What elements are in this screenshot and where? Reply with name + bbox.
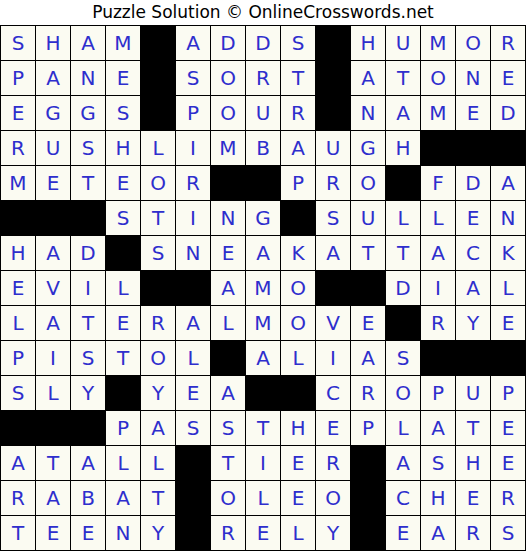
letter-cell: S [106,201,140,235]
letter-cell: E [491,61,525,95]
block-cell [176,271,210,305]
letter-cell: A [456,271,490,305]
letter-cell: L [106,446,140,480]
letter-cell: L [106,271,140,305]
letter-cell: E [36,516,70,550]
block-cell [316,271,350,305]
letter-cell: I [71,271,105,305]
letter-cell: S [176,411,210,445]
letter-cell: E [71,516,105,550]
letter-cell: A [106,481,140,515]
block-cell [141,96,175,130]
letter-cell: C [456,236,490,270]
letter-cell: T [456,411,490,445]
letter-cell: D [491,96,525,130]
letter-cell: G [246,201,280,235]
letter-cell: E [281,481,315,515]
letter-cell: E [176,376,210,410]
letter-cell: S [281,26,315,60]
letter-cell: A [71,26,105,60]
letter-cell: O [316,481,350,515]
block-cell [141,61,175,95]
letter-cell: E [281,446,315,480]
block-cell [1,201,35,235]
letter-cell: H [281,411,315,445]
letter-cell: L [386,201,420,235]
letter-cell: L [281,516,315,550]
letter-cell: P [351,411,385,445]
letter-cell: A [246,341,280,375]
letter-cell: O [456,26,490,60]
letter-cell: N [351,96,385,130]
letter-cell: A [36,306,70,340]
letter-cell: S [1,376,35,410]
letter-cell: K [281,236,315,270]
letter-cell: L [246,481,280,515]
letter-cell: E [491,411,525,445]
letter-cell: A [36,481,70,515]
letter-cell: A [36,236,70,270]
block-cell [36,201,70,235]
block-cell [246,376,280,410]
block-cell [421,131,455,165]
letter-cell: H [421,481,455,515]
block-cell [211,341,245,375]
letter-cell: F [421,166,455,200]
letter-cell: T [141,201,175,235]
block-cell [351,446,385,480]
letter-cell: S [491,516,525,550]
letter-cell: U [386,26,420,60]
letter-cell: S [1,26,35,60]
letter-cell: U [246,96,280,130]
letter-cell: S [176,61,210,95]
letter-cell: I [36,341,70,375]
letter-cell: M [106,26,140,60]
letter-cell: H [1,236,35,270]
letter-cell: L [211,306,245,340]
letter-cell: S [316,201,350,235]
letter-cell: L [36,376,70,410]
letter-cell: P [176,96,210,130]
puzzle-solution-page: Puzzle Solution © OnlineCrosswords.net S… [0,0,526,551]
letter-cell: E [36,166,70,200]
letter-cell: T [71,306,105,340]
block-cell [246,166,280,200]
letter-cell: A [351,341,385,375]
block-cell [106,376,140,410]
letter-cell: L [491,271,525,305]
block-cell [491,131,525,165]
letter-cell: L [1,306,35,340]
letter-cell: D [456,166,490,200]
letter-cell: A [141,411,175,445]
letter-cell: S [71,131,105,165]
letter-cell: N [106,516,140,550]
letter-cell: P [1,341,35,375]
letter-cell: D [71,236,105,270]
letter-cell: R [491,481,525,515]
letter-cell: O [386,376,420,410]
letter-cell: A [421,516,455,550]
letter-cell: R [246,61,280,95]
letter-cell: O [351,166,385,200]
letter-cell: M [246,271,280,305]
letter-cell: P [281,166,315,200]
letter-cell: N [211,201,245,235]
page-title: Puzzle Solution © OnlineCrosswords.net [0,0,526,25]
letter-cell: R [211,516,245,550]
letter-cell: O [211,96,245,130]
letter-cell: H [351,26,385,60]
letter-cell: M [211,131,245,165]
letter-cell: G [71,96,105,130]
letter-cell: A [281,131,315,165]
letter-cell: R [281,96,315,130]
letter-cell: A [211,271,245,305]
block-cell [386,306,420,340]
block-cell [1,411,35,445]
letter-cell: S [421,446,455,480]
letter-cell: T [386,236,420,270]
letter-cell: L [176,341,210,375]
letter-cell: P [1,61,35,95]
block-cell [36,411,70,445]
letter-cell: G [351,131,385,165]
block-cell [141,271,175,305]
letter-cell: D [211,26,245,60]
letter-cell: A [71,446,105,480]
block-cell [176,446,210,480]
letter-cell: T [246,411,280,445]
letter-cell: A [176,306,210,340]
letter-cell: S [106,96,140,130]
letter-cell: E [211,236,245,270]
letter-cell: E [316,411,350,445]
letter-cell: U [456,376,490,410]
letter-cell: E [351,306,385,340]
letter-cell: I [246,446,280,480]
letter-cell: N [456,61,490,95]
letter-cell: I [421,271,455,305]
letter-cell: E [456,201,490,235]
letter-cell: L [281,341,315,375]
letter-cell: R [491,26,525,60]
letter-cell: E [491,306,525,340]
letter-cell: O [211,61,245,95]
letter-cell: P [421,376,455,410]
letter-cell: Y [71,376,105,410]
letter-cell: V [36,271,70,305]
block-cell [316,96,350,130]
block-cell [491,341,525,375]
letter-cell: R [1,481,35,515]
letter-cell: U [36,131,70,165]
block-cell [421,341,455,375]
letter-cell: D [246,26,280,60]
letter-cell: O [281,271,315,305]
letter-cell: V [316,306,350,340]
block-cell [456,341,490,375]
block-cell [211,166,245,200]
block-cell [281,376,315,410]
letter-cell: T [106,341,140,375]
letter-cell: A [421,411,455,445]
letter-cell: U [351,201,385,235]
letter-cell: M [421,96,455,130]
letter-cell: B [71,481,105,515]
letter-cell: L [421,201,455,235]
letter-cell: M [1,166,35,200]
letter-cell: T [36,446,70,480]
block-cell [141,26,175,60]
letter-cell: C [386,481,420,515]
letter-cell: Y [141,376,175,410]
letter-cell: A [176,26,210,60]
letter-cell: E [491,446,525,480]
letter-cell: E [386,516,420,550]
letter-cell: H [456,446,490,480]
block-cell [176,481,210,515]
letter-cell: R [1,131,35,165]
letter-cell: S [211,411,245,445]
letter-cell: A [316,236,350,270]
letter-cell: C [316,376,350,410]
letter-cell: P [491,376,525,410]
letter-cell: H [386,131,420,165]
letter-cell: M [421,26,455,60]
letter-cell: T [211,446,245,480]
letter-cell: R [456,516,490,550]
letter-cell: R [141,306,175,340]
letter-cell: U [316,131,350,165]
letter-cell: B [246,131,280,165]
letter-cell: R [316,446,350,480]
letter-cell: E [1,271,35,305]
block-cell [316,61,350,95]
block-cell [386,166,420,200]
letter-cell: I [176,131,210,165]
letter-cell: E [106,61,140,95]
letter-cell: E [456,96,490,130]
letter-cell: O [281,306,315,340]
letter-cell: O [141,166,175,200]
letter-cell: O [141,341,175,375]
letter-cell: S [141,236,175,270]
letter-cell: E [246,516,280,550]
letter-cell: E [1,96,35,130]
letter-cell: S [386,341,420,375]
block-cell [351,271,385,305]
letter-cell: O [211,481,245,515]
letter-cell: R [176,166,210,200]
block-cell [456,131,490,165]
letter-cell: E [456,481,490,515]
letter-cell: T [386,61,420,95]
letter-cell: A [211,376,245,410]
crossword-grid: SHAMADDSHUMORPANESORTATONEEGGSPOURNAMEDR… [0,25,526,551]
letter-cell: R [316,166,350,200]
block-cell [106,236,140,270]
letter-cell: A [351,61,385,95]
letter-cell: T [71,166,105,200]
letter-cell: T [141,481,175,515]
letter-cell: L [141,446,175,480]
letter-cell: A [386,96,420,130]
letter-cell: P [106,411,140,445]
block-cell [316,26,350,60]
letter-cell: D [386,271,420,305]
letter-cell: I [316,341,350,375]
letter-cell: A [1,446,35,480]
letter-cell: T [351,236,385,270]
letter-cell: S [71,341,105,375]
letter-cell: Y [141,516,175,550]
letter-cell: A [386,446,420,480]
letter-cell: M [246,306,280,340]
block-cell [176,516,210,550]
letter-cell: L [141,131,175,165]
letter-cell: G [36,96,70,130]
letter-cell: R [351,376,385,410]
letter-cell: K [491,236,525,270]
letter-cell: A [491,166,525,200]
block-cell [351,481,385,515]
letter-cell: R [421,306,455,340]
letter-cell: T [1,516,35,550]
letter-cell: O [421,61,455,95]
letter-cell: N [491,201,525,235]
block-cell [71,411,105,445]
letter-cell: A [246,236,280,270]
letter-cell: L [386,411,420,445]
letter-cell: H [106,131,140,165]
letter-cell: N [71,61,105,95]
letter-cell: T [281,61,315,95]
letter-cell: Y [316,516,350,550]
letter-cell: I [176,201,210,235]
block-cell [281,201,315,235]
block-cell [351,516,385,550]
letter-cell: A [421,236,455,270]
letter-cell: E [106,306,140,340]
block-cell [71,201,105,235]
letter-cell: H [36,26,70,60]
letter-cell: N [176,236,210,270]
letter-cell: A [36,61,70,95]
letter-cell: Y [456,306,490,340]
letter-cell: E [106,166,140,200]
